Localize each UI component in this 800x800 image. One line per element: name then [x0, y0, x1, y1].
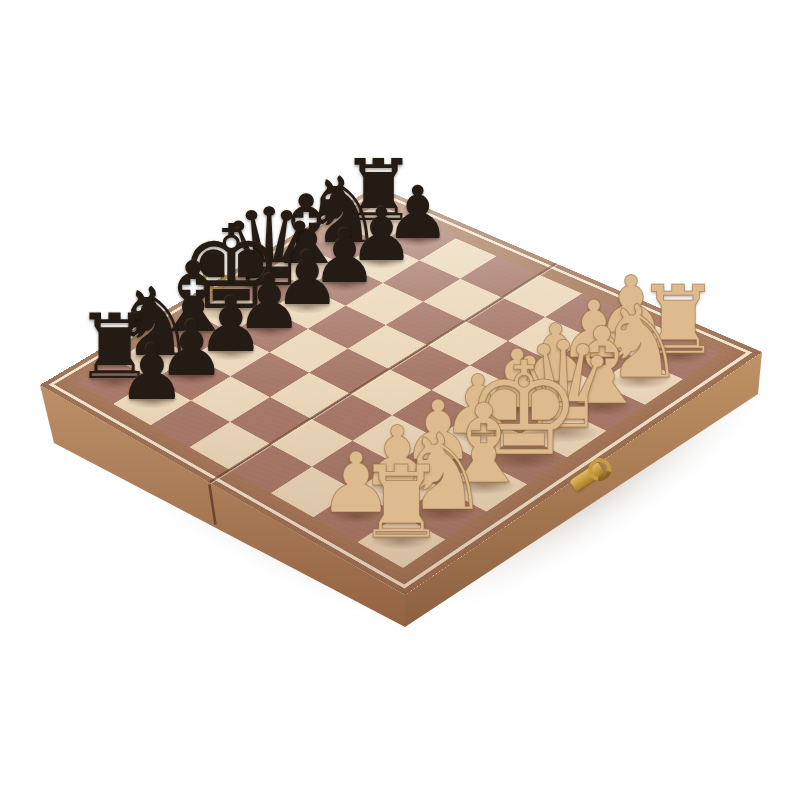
piece-white-rook-h1[interactable]: ♜ — [356, 453, 446, 553]
product-photo-scene: ♜♟♞♟♝♟♛♟♚♟♝♟♟♜♞♟♟♞♜♟♟♝♟♛♟♚♟♝♟♞♟♜ — [0, 0, 800, 800]
piece-black-pawn-h7[interactable]: ♟ — [117, 334, 186, 411]
